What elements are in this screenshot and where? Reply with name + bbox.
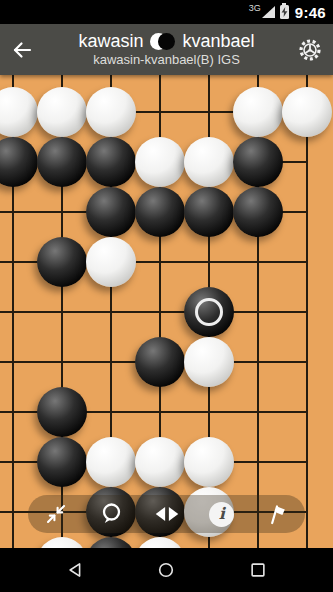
- black-stone: [86, 187, 136, 237]
- collapse-button[interactable]: [41, 499, 71, 529]
- black-stone: [135, 187, 185, 237]
- info-icon: i: [209, 502, 234, 527]
- black-stone: [86, 537, 136, 548]
- nav-back-button[interactable]: [66, 560, 86, 580]
- white-stone: [135, 537, 185, 548]
- nav-recents-button[interactable]: [248, 560, 268, 580]
- black-stone-icon: [158, 33, 175, 50]
- white-stone: [86, 87, 136, 137]
- back-button[interactable]: [8, 37, 36, 63]
- home-circle-icon: [157, 561, 175, 579]
- status-clock: 9:46: [295, 4, 326, 21]
- black-stone: [37, 387, 87, 437]
- recents-square-icon: [249, 561, 267, 579]
- black-stone: [37, 437, 87, 487]
- black-stone: [233, 137, 283, 187]
- last-move-marker: [195, 298, 223, 326]
- prev-next-move-icon: [152, 503, 182, 525]
- black-stone: [233, 187, 283, 237]
- title-block: kawasin kvanbael kawasin-kvanbael(B) IGS: [40, 24, 293, 75]
- white-stone: [37, 87, 87, 137]
- black-player-name: kvanbael: [182, 31, 254, 51]
- white-stone: [282, 87, 332, 137]
- cellular-signal-icon: [262, 6, 275, 18]
- flag-button[interactable]: [262, 499, 292, 529]
- android-nav-bar: [0, 548, 333, 592]
- black-stone: [0, 137, 38, 187]
- back-triangle-icon: [67, 561, 85, 579]
- go-board[interactable]: i: [0, 75, 333, 548]
- info-button[interactable]: i: [207, 499, 237, 529]
- white-stone: [233, 87, 283, 137]
- game-title: kawasin kvanbael: [78, 31, 254, 51]
- flag-icon: [265, 502, 289, 526]
- chat-button[interactable]: [96, 499, 126, 529]
- collapse-icon: [44, 502, 68, 526]
- nav-home-button[interactable]: [156, 560, 176, 580]
- app-bar: kawasin kvanbael kawasin-kvanbael(B) IGS: [0, 24, 333, 75]
- floating-toolbar: i: [28, 495, 305, 533]
- white-player-name: kawasin: [78, 31, 143, 51]
- white-stone: [184, 137, 234, 187]
- white-stone: [86, 437, 136, 487]
- white-stone: [184, 437, 234, 487]
- black-stone: [184, 287, 234, 337]
- network-type-label: 3G: [249, 4, 261, 13]
- black-stone: [37, 237, 87, 287]
- game-subtitle: kawasin-kvanbael(B) IGS: [93, 52, 240, 68]
- white-stone: [135, 437, 185, 487]
- white-stone: [37, 537, 87, 548]
- black-stone: [135, 337, 185, 387]
- white-stone: [184, 337, 234, 387]
- arrow-left-icon: [11, 40, 33, 60]
- black-stone: [37, 137, 87, 187]
- black-stone: [86, 137, 136, 187]
- white-stone: [135, 137, 185, 187]
- white-black-stones-icon: [150, 33, 175, 50]
- settings-button[interactable]: [296, 37, 324, 63]
- white-stone: [86, 237, 136, 287]
- black-stone: [184, 187, 234, 237]
- prev-next-move-button[interactable]: [152, 499, 182, 529]
- phone-screen: 3G 9:46 kawasin kvanbael kawas: [0, 0, 333, 592]
- chat-bubble-icon: [98, 501, 124, 527]
- battery-charging-icon: [280, 5, 289, 19]
- gear-icon: [297, 37, 323, 63]
- status-bar: 3G 9:46: [0, 0, 333, 24]
- grid-line-horizontal: [0, 311, 308, 313]
- white-stone: [0, 87, 38, 137]
